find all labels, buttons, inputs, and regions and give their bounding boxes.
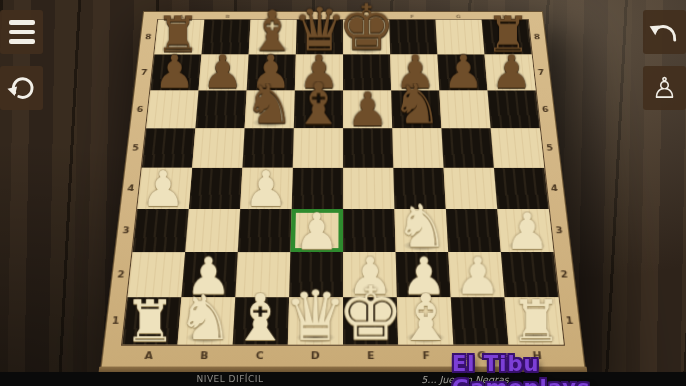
square-g5[interactable] — [441, 128, 493, 167]
rank-label-4: 4 — [127, 183, 135, 192]
square-f6[interactable]: ♞ — [391, 91, 441, 129]
pieces-button[interactable]: ♙ — [643, 66, 686, 110]
file-label-top-g: G — [456, 13, 461, 18]
rank-label-1: 1 — [565, 315, 574, 326]
white-pawn[interactable]: ♟ — [294, 211, 339, 251]
rank-label-5: 5 — [132, 143, 140, 152]
square-a4[interactable]: ♟ — [137, 168, 192, 209]
restart-button[interactable] — [0, 66, 43, 110]
square-f5[interactable] — [392, 128, 443, 167]
square-e4[interactable] — [343, 168, 394, 209]
square-c3[interactable] — [238, 209, 292, 252]
board-scene: ♜♝♛♚♜♟♟♟♟♟♟♟♞♝♟♞♟♟♟♞♟♟♟♟♟♜♞♝♛♚♝♜ 8877665… — [144, 12, 542, 386]
black-king[interactable]: ♚ — [338, 3, 395, 54]
white-pawn[interactable]: ♟ — [455, 255, 501, 296]
black-pawn[interactable]: ♟ — [347, 90, 389, 128]
square-c4[interactable]: ♟ — [240, 168, 293, 209]
square-f1[interactable]: ♝ — [397, 297, 453, 344]
rank-label-7: 7 — [140, 68, 147, 76]
black-pawn[interactable]: ♟ — [491, 53, 532, 90]
white-king[interactable]: ♚ — [337, 284, 404, 343]
board-tilt: ♜♝♛♚♜♟♟♟♟♟♟♟♞♝♟♞♟♟♟♞♟♟♟♟♟♜♞♝♛♚♝♜ 8877665… — [102, 12, 585, 367]
black-bishop[interactable]: ♝ — [293, 81, 345, 127]
white-pawn[interactable]: ♟ — [244, 169, 288, 208]
file-label-e: E — [367, 350, 375, 361]
rank-label-8: 8 — [533, 33, 540, 41]
restart-circle-arrow-icon — [5, 71, 39, 105]
white-pawn[interactable]: ♟ — [141, 169, 185, 208]
file-label-f: F — [422, 350, 430, 361]
white-rook[interactable]: ♜ — [510, 297, 562, 343]
square-h1[interactable]: ♜ — [505, 297, 564, 344]
chess-board: ♜♝♛♚♜♟♟♟♟♟♟♟♞♝♟♞♟♟♟♞♟♟♟♟♟♜♞♝♛♚♝♜ 8877665… — [102, 12, 585, 367]
square-d3[interactable]: ♟ — [290, 209, 343, 252]
file-label-b: B — [200, 350, 209, 361]
rank-label-2: 2 — [560, 269, 568, 279]
rank-label-2: 2 — [117, 269, 125, 279]
rank-label-6: 6 — [541, 105, 549, 114]
square-h5[interactable] — [491, 128, 545, 167]
square-b7[interactable]: ♟ — [198, 54, 248, 90]
watermark: El Tibu Gameplays — [452, 352, 686, 386]
square-d5[interactable] — [293, 128, 343, 167]
square-h6[interactable] — [488, 91, 540, 129]
file-label-d: D — [311, 350, 320, 361]
black-pawn[interactable]: ♟ — [154, 53, 195, 90]
undo-arrow-icon — [648, 15, 682, 49]
square-e1[interactable]: ♚ — [343, 297, 398, 344]
square-c6[interactable]: ♞ — [245, 91, 295, 129]
pawn-icon: ♙ — [652, 74, 678, 103]
square-a7[interactable]: ♟ — [150, 54, 201, 90]
black-knight[interactable]: ♞ — [392, 83, 442, 127]
square-a1[interactable]: ♜ — [122, 297, 181, 344]
square-a6[interactable] — [146, 91, 198, 129]
file-label-a: A — [144, 350, 153, 361]
board-grid: ♜♝♛♚♜♟♟♟♟♟♟♟♞♝♟♞♟♟♟♞♟♟♟♟♟♜♞♝♛♚♝♜ — [122, 20, 563, 345]
square-g7[interactable]: ♟ — [437, 54, 487, 90]
white-bishop[interactable]: ♝ — [231, 292, 289, 344]
white-pawn[interactable]: ♟ — [505, 211, 550, 251]
square-e6[interactable]: ♟ — [343, 91, 392, 129]
square-b4[interactable] — [189, 168, 243, 209]
square-h7[interactable]: ♟ — [485, 54, 536, 90]
white-knight[interactable]: ♞ — [177, 294, 233, 344]
white-queen[interactable]: ♛ — [284, 288, 346, 344]
rank-label-8: 8 — [145, 33, 152, 41]
black-pawn[interactable]: ♟ — [443, 53, 484, 90]
square-h3[interactable]: ♟ — [497, 209, 553, 252]
white-bishop[interactable]: ♝ — [397, 292, 455, 344]
rank-label-4: 4 — [550, 183, 558, 192]
square-d6[interactable]: ♝ — [294, 91, 343, 129]
rank-label-5: 5 — [546, 143, 554, 152]
square-b1[interactable]: ♞ — [177, 297, 235, 344]
file-label-top-f: F — [410, 13, 414, 18]
file-label-top-b: B — [225, 13, 230, 18]
undo-button[interactable] — [643, 10, 686, 54]
square-g6[interactable] — [439, 91, 490, 129]
file-label-c: C — [256, 350, 264, 361]
rank-label-6: 6 — [136, 105, 144, 114]
rank-label-3: 3 — [555, 225, 563, 235]
app-screen: ♜♝♛♚♜♟♟♟♟♟♟♟♞♝♟♞♟♟♟♞♟♟♟♟♟♜♞♝♛♚♝♜ 8877665… — [0, 0, 686, 386]
white-rook[interactable]: ♜ — [124, 297, 176, 343]
square-g2[interactable]: ♟ — [448, 252, 504, 297]
rank-label-7: 7 — [537, 68, 544, 76]
square-c1[interactable]: ♝ — [233, 297, 289, 344]
hamburger-icon — [9, 20, 35, 44]
square-g1[interactable] — [451, 297, 509, 344]
square-b5[interactable] — [192, 128, 244, 167]
difficulty-label: NIVEL DIFÍCIL — [170, 374, 290, 384]
black-pawn[interactable]: ♟ — [202, 53, 243, 90]
square-e5[interactable] — [343, 128, 393, 167]
rank-label-1: 1 — [111, 315, 120, 326]
square-g4[interactable] — [444, 168, 498, 209]
square-e8[interactable]: ♚ — [343, 20, 390, 55]
menu-button[interactable] — [0, 10, 43, 54]
square-d1[interactable]: ♛ — [288, 297, 343, 344]
rank-label-3: 3 — [122, 225, 130, 235]
white-knight[interactable]: ♞ — [395, 204, 448, 252]
square-b6[interactable] — [195, 91, 246, 129]
black-knight[interactable]: ♞ — [244, 83, 294, 127]
square-a3[interactable] — [133, 209, 189, 252]
